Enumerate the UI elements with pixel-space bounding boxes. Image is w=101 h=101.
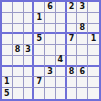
cell-r7c7-given[interactable]: 8 xyxy=(67,67,78,78)
cell-r6c6-given[interactable]: 4 xyxy=(56,56,67,67)
cell-r6c5-empty[interactable] xyxy=(45,56,56,67)
cell-r4c2-empty[interactable] xyxy=(13,34,24,45)
cell-r1c6-empty[interactable] xyxy=(56,2,67,13)
cell-r9c2-empty[interactable] xyxy=(13,88,24,99)
cell-r2c5-empty[interactable] xyxy=(45,13,56,24)
cell-r8c5-empty[interactable] xyxy=(45,77,56,88)
cell-r6c4-empty[interactable] xyxy=(34,56,45,67)
cell-r6c1-empty[interactable] xyxy=(2,56,13,67)
cell-r5c2-given[interactable]: 8 xyxy=(13,45,24,56)
cell-r1c3-empty[interactable] xyxy=(24,2,35,13)
cell-r4c9-given[interactable]: 1 xyxy=(88,34,99,45)
cell-r6c9-empty[interactable] xyxy=(88,56,99,67)
cell-r3c2-empty[interactable] xyxy=(13,24,24,35)
sudoku-board: 62318571834386175 xyxy=(0,0,101,101)
cell-r1c7-given[interactable]: 2 xyxy=(67,2,78,13)
cell-r4c5-empty[interactable] xyxy=(45,34,56,45)
cell-r1c2-empty[interactable] xyxy=(13,2,24,13)
cell-r3c3-empty[interactable] xyxy=(24,24,35,35)
cell-r7c5-given[interactable]: 3 xyxy=(45,67,56,78)
cell-r6c7-empty[interactable] xyxy=(67,56,78,67)
cell-r1c8-given[interactable]: 3 xyxy=(77,2,88,13)
cell-r8c7-empty[interactable] xyxy=(67,77,78,88)
cell-r8c2-empty[interactable] xyxy=(13,77,24,88)
cell-r5c4-empty[interactable] xyxy=(34,45,45,56)
cell-r2c7-empty[interactable] xyxy=(67,13,78,24)
cell-r2c2-empty[interactable] xyxy=(13,13,24,24)
cell-r7c4-empty[interactable] xyxy=(34,67,45,78)
cell-r6c2-empty[interactable] xyxy=(13,56,24,67)
cell-r2c9-empty[interactable] xyxy=(88,13,99,24)
cell-r5c9-empty[interactable] xyxy=(88,45,99,56)
cell-r8c8-empty[interactable] xyxy=(77,77,88,88)
cell-r9c9-empty[interactable] xyxy=(88,88,99,99)
cell-r5c7-empty[interactable] xyxy=(67,45,78,56)
cell-r4c7-given[interactable]: 7 xyxy=(67,34,78,45)
cell-r9c5-empty[interactable] xyxy=(45,88,56,99)
cell-r1c5-given[interactable]: 6 xyxy=(45,2,56,13)
cell-r7c2-empty[interactable] xyxy=(13,67,24,78)
cell-r9c8-empty[interactable] xyxy=(77,88,88,99)
cell-r2c3-empty[interactable] xyxy=(24,13,35,24)
cell-r3c1-empty[interactable] xyxy=(2,24,13,35)
cell-r1c1-empty[interactable] xyxy=(2,2,13,13)
cell-r3c7-empty[interactable] xyxy=(67,24,78,35)
cell-r9c3-empty[interactable] xyxy=(24,88,35,99)
cell-r1c4-empty[interactable] xyxy=(34,2,45,13)
cell-r6c3-empty[interactable] xyxy=(24,56,35,67)
cell-r2c4-given[interactable]: 1 xyxy=(34,13,45,24)
cell-r7c9-empty[interactable] xyxy=(88,67,99,78)
cell-r3c6-empty[interactable] xyxy=(56,24,67,35)
cell-r4c1-empty[interactable] xyxy=(2,34,13,45)
cell-r8c1-given[interactable]: 1 xyxy=(2,77,13,88)
cell-r1c9-empty[interactable] xyxy=(88,2,99,13)
cell-r5c5-empty[interactable] xyxy=(45,45,56,56)
cell-r7c3-empty[interactable] xyxy=(24,67,35,78)
cell-r5c1-empty[interactable] xyxy=(2,45,13,56)
cell-r2c1-empty[interactable] xyxy=(2,13,13,24)
cell-r9c7-empty[interactable] xyxy=(67,88,78,99)
cell-r4c3-empty[interactable] xyxy=(24,34,35,45)
cell-r9c4-empty[interactable] xyxy=(34,88,45,99)
cell-r7c6-empty[interactable] xyxy=(56,67,67,78)
cell-r2c6-empty[interactable] xyxy=(56,13,67,24)
cell-r8c3-empty[interactable] xyxy=(24,77,35,88)
cell-r8c4-given[interactable]: 7 xyxy=(34,77,45,88)
cell-r8c6-empty[interactable] xyxy=(56,77,67,88)
cell-r4c4-given[interactable]: 5 xyxy=(34,34,45,45)
cell-r6c8-empty[interactable] xyxy=(77,56,88,67)
cell-r5c6-empty[interactable] xyxy=(56,45,67,56)
cell-r5c8-empty[interactable] xyxy=(77,45,88,56)
cell-r3c5-empty[interactable] xyxy=(45,24,56,35)
cell-r9c6-empty[interactable] xyxy=(56,88,67,99)
cell-r4c6-empty[interactable] xyxy=(56,34,67,45)
cell-r7c1-empty[interactable] xyxy=(2,67,13,78)
cell-r7c8-given[interactable]: 6 xyxy=(77,67,88,78)
cell-r2c8-empty[interactable] xyxy=(77,13,88,24)
cell-r3c4-empty[interactable] xyxy=(34,24,45,35)
cell-r9c1-given[interactable]: 5 xyxy=(2,88,13,99)
cell-r3c9-empty[interactable] xyxy=(88,24,99,35)
cell-r3c8-given[interactable]: 8 xyxy=(77,24,88,35)
cell-r4c8-empty[interactable] xyxy=(77,34,88,45)
cell-r8c9-empty[interactable] xyxy=(88,77,99,88)
cell-r5c3-given[interactable]: 3 xyxy=(24,45,35,56)
